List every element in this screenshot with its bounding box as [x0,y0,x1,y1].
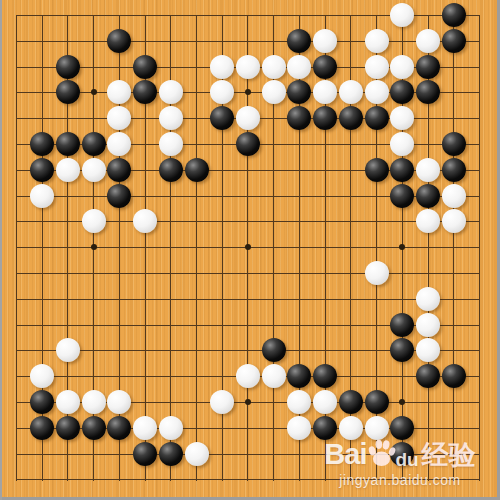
white-stone [56,158,80,182]
white-stone [365,55,389,79]
white-stone [56,390,80,414]
black-stone [442,29,466,53]
white-stone [159,106,183,130]
white-stone [262,364,286,388]
hoshi-point [245,399,251,405]
black-stone [339,106,363,130]
black-stone [82,132,106,156]
black-stone [313,55,337,79]
white-stone [390,55,414,79]
white-stone [313,29,337,53]
white-stone [416,287,440,311]
white-stone [365,80,389,104]
black-stone [56,132,80,156]
white-stone [82,209,106,233]
white-stone [442,209,466,233]
black-stone [262,338,286,362]
black-stone [236,132,260,156]
white-stone [339,416,363,440]
black-stone [107,158,131,182]
white-stone [159,416,183,440]
white-stone [262,55,286,79]
white-stone [262,80,286,104]
white-stone [210,55,234,79]
hoshi-point [91,244,97,250]
black-stone [442,158,466,182]
white-stone [416,158,440,182]
black-stone [390,158,414,182]
black-stone [442,3,466,27]
black-stone [107,29,131,53]
white-stone [82,158,106,182]
white-stone [416,29,440,53]
black-stone [107,184,131,208]
black-stone [416,55,440,79]
black-stone [365,158,389,182]
black-stone [365,106,389,130]
white-stone [82,390,106,414]
white-stone [313,390,337,414]
black-stone [442,364,466,388]
black-stone [390,184,414,208]
black-stone [390,442,414,466]
white-stone [365,29,389,53]
white-stone [185,442,209,466]
black-stone [30,158,54,182]
black-stone [313,416,337,440]
white-stone [236,106,260,130]
white-stone [30,184,54,208]
black-stone [365,390,389,414]
black-stone [185,158,209,182]
black-stone [339,390,363,414]
white-stone [287,55,311,79]
black-stone [133,442,157,466]
white-stone [365,261,389,285]
black-stone [56,416,80,440]
black-stone [107,416,131,440]
black-stone [416,184,440,208]
white-stone [236,364,260,388]
white-stone [416,313,440,337]
black-stone [159,442,183,466]
black-stone [133,55,157,79]
black-stone [56,55,80,79]
black-stone [30,416,54,440]
black-stone [159,158,183,182]
white-stone [236,55,260,79]
go-board-screenshot: Bai du 经验 jingyan.baidu.com [0,0,500,500]
black-stone [390,416,414,440]
white-stone [159,132,183,156]
white-stone [442,184,466,208]
black-stone [82,416,106,440]
white-stone [365,416,389,440]
black-stone [442,132,466,156]
black-stone [390,313,414,337]
white-stone [133,416,157,440]
